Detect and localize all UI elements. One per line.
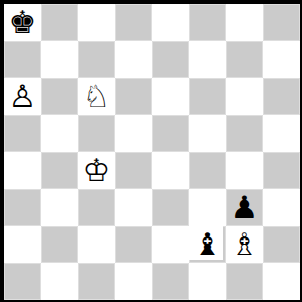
square-b8[interactable] <box>41 4 78 41</box>
white-bishop-piece[interactable]: ♗ <box>231 229 259 260</box>
square-h5[interactable] <box>263 115 300 152</box>
square-h1[interactable] <box>263 263 300 300</box>
square-b5[interactable] <box>41 115 78 152</box>
square-d2[interactable] <box>115 226 152 263</box>
black-king-piece[interactable]: ♚ <box>9 7 37 38</box>
square-b4[interactable] <box>41 152 78 189</box>
square-h3[interactable] <box>263 189 300 226</box>
square-a5[interactable] <box>4 115 41 152</box>
square-f1[interactable] <box>189 263 226 300</box>
square-c6[interactable]: ♘ <box>78 78 115 115</box>
square-c4[interactable]: ♔ <box>78 152 115 189</box>
square-c1[interactable] <box>78 263 115 300</box>
square-b3[interactable] <box>41 189 78 226</box>
square-b7[interactable] <box>41 41 78 78</box>
square-a7[interactable] <box>4 41 41 78</box>
white-king-piece[interactable]: ♔ <box>83 155 111 186</box>
square-d4[interactable] <box>115 152 152 189</box>
black-bishop-piece[interactable]: ♝ <box>194 229 222 260</box>
square-c3[interactable] <box>78 189 115 226</box>
square-h7[interactable] <box>263 41 300 78</box>
square-b2[interactable] <box>41 226 78 263</box>
square-f2[interactable]: ♝ <box>189 226 226 263</box>
square-a1[interactable] <box>4 263 41 300</box>
square-h2[interactable] <box>263 226 300 263</box>
square-e1[interactable] <box>152 263 189 300</box>
white-pawn-piece[interactable]: ♙ <box>9 81 37 112</box>
square-a8[interactable]: ♚ <box>4 4 41 41</box>
square-e6[interactable] <box>152 78 189 115</box>
square-f7[interactable] <box>189 41 226 78</box>
chess-board: ♚♙♘♔♟♝♗ <box>4 4 300 300</box>
square-e4[interactable] <box>152 152 189 189</box>
square-a2[interactable] <box>4 226 41 263</box>
square-g6[interactable] <box>226 78 263 115</box>
square-c5[interactable] <box>78 115 115 152</box>
square-f5[interactable] <box>189 115 226 152</box>
square-d8[interactable] <box>115 4 152 41</box>
square-f6[interactable] <box>189 78 226 115</box>
square-c2[interactable] <box>78 226 115 263</box>
square-b1[interactable] <box>41 263 78 300</box>
black-pawn-piece[interactable]: ♟ <box>231 192 259 223</box>
square-e8[interactable] <box>152 4 189 41</box>
square-f3[interactable] <box>189 189 226 226</box>
square-d5[interactable] <box>115 115 152 152</box>
square-f8[interactable] <box>189 4 226 41</box>
square-f4[interactable] <box>189 152 226 189</box>
square-g5[interactable] <box>226 115 263 152</box>
square-d1[interactable] <box>115 263 152 300</box>
square-e7[interactable] <box>152 41 189 78</box>
square-g7[interactable] <box>226 41 263 78</box>
square-c8[interactable] <box>78 4 115 41</box>
square-e5[interactable] <box>152 115 189 152</box>
chessboard-frame: ♚♙♘♔♟♝♗ <box>0 0 302 302</box>
square-d3[interactable] <box>115 189 152 226</box>
square-e3[interactable] <box>152 189 189 226</box>
square-e2[interactable] <box>152 226 189 263</box>
square-h8[interactable] <box>263 4 300 41</box>
square-g3[interactable]: ♟ <box>226 189 263 226</box>
square-a4[interactable] <box>4 152 41 189</box>
square-c7[interactable] <box>78 41 115 78</box>
white-knight-piece[interactable]: ♘ <box>83 81 111 112</box>
square-h4[interactable] <box>263 152 300 189</box>
square-d6[interactable] <box>115 78 152 115</box>
square-g8[interactable] <box>226 4 263 41</box>
square-b6[interactable] <box>41 78 78 115</box>
square-h6[interactable] <box>263 78 300 115</box>
square-a3[interactable] <box>4 189 41 226</box>
square-g2[interactable]: ♗ <box>226 226 263 263</box>
square-a6[interactable]: ♙ <box>4 78 41 115</box>
square-g1[interactable] <box>226 263 263 300</box>
square-g4[interactable] <box>226 152 263 189</box>
square-d7[interactable] <box>115 41 152 78</box>
